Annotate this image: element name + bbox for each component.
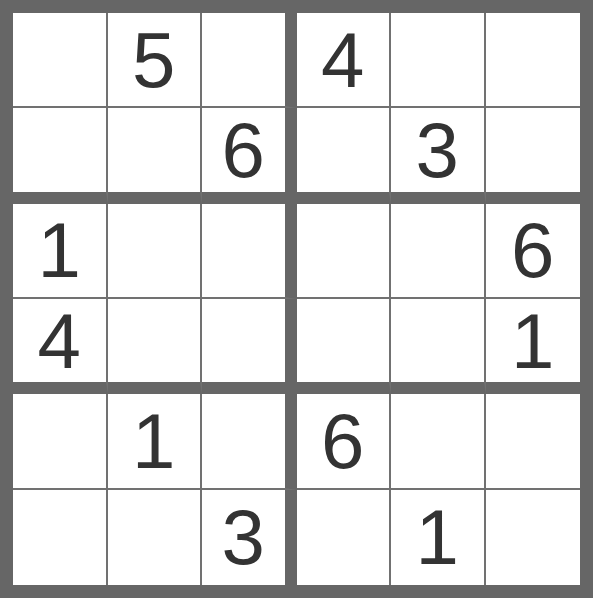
cell-r4c3[interactable]: [202, 299, 297, 394]
cell-r6c1[interactable]: [13, 490, 108, 585]
cell-r1c6[interactable]: [486, 13, 581, 108]
cell-r5c6[interactable]: [486, 394, 581, 489]
cell-r2c2[interactable]: [108, 108, 203, 203]
cell-r2c1[interactable]: [13, 108, 108, 203]
cell-r3c1[interactable]: 1: [13, 204, 108, 299]
cell-r1c4[interactable]: 4: [297, 13, 392, 108]
cell-r6c3[interactable]: 3: [202, 490, 297, 585]
cell-r4c2[interactable]: [108, 299, 203, 394]
cell-r4c1[interactable]: 4: [13, 299, 108, 394]
cell-r5c5[interactable]: [391, 394, 486, 489]
cell-r4c4[interactable]: [297, 299, 392, 394]
cell-r2c3[interactable]: 6: [202, 108, 297, 203]
cell-r6c6[interactable]: [486, 490, 581, 585]
cell-r6c2[interactable]: [108, 490, 203, 585]
cell-r5c4[interactable]: 6: [297, 394, 392, 489]
cell-r2c4[interactable]: [297, 108, 392, 203]
cell-r1c1[interactable]: [13, 13, 108, 108]
cell-r3c6[interactable]: 6: [486, 204, 581, 299]
cell-r2c6[interactable]: [486, 108, 581, 203]
cell-r4c5[interactable]: [391, 299, 486, 394]
cell-r3c2[interactable]: [108, 204, 203, 299]
cell-r6c4[interactable]: [297, 490, 392, 585]
cell-r5c2[interactable]: 1: [108, 394, 203, 489]
cell-r5c3[interactable]: [202, 394, 297, 489]
cell-r6c5[interactable]: 1: [391, 490, 486, 585]
cell-r4c6[interactable]: 1: [486, 299, 581, 394]
sudoku-board: 5 4 6 3 1 6 4 1 1 6 3 1: [0, 0, 593, 598]
cell-r1c2[interactable]: 5: [108, 13, 203, 108]
cell-r2c5[interactable]: 3: [391, 108, 486, 203]
cell-r3c4[interactable]: [297, 204, 392, 299]
cell-r5c1[interactable]: [13, 394, 108, 489]
sudoku-grid: 5 4 6 3 1 6 4 1 1 6 3 1: [13, 13, 580, 585]
cell-r1c5[interactable]: [391, 13, 486, 108]
cell-r1c3[interactable]: [202, 13, 297, 108]
cell-r3c5[interactable]: [391, 204, 486, 299]
cell-r3c3[interactable]: [202, 204, 297, 299]
